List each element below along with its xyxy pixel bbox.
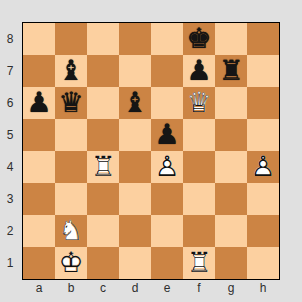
square-h3[interactable] bbox=[247, 183, 279, 215]
piece-white-king[interactable]: ♚♔ bbox=[55, 247, 87, 279]
piece-black-rook[interactable]: ♜ bbox=[215, 55, 247, 87]
square-a3[interactable] bbox=[23, 183, 55, 215]
square-f5[interactable] bbox=[183, 119, 215, 151]
square-f4[interactable] bbox=[183, 151, 215, 183]
square-a1[interactable] bbox=[23, 247, 55, 279]
square-c3[interactable] bbox=[87, 183, 119, 215]
square-b6[interactable]: ♛ bbox=[55, 87, 87, 119]
piece-black-glyph: ♚ bbox=[183, 23, 215, 55]
square-g6[interactable] bbox=[215, 87, 247, 119]
square-a4[interactable] bbox=[23, 151, 55, 183]
piece-black-pawn[interactable]: ♟ bbox=[23, 87, 55, 119]
square-g1[interactable] bbox=[215, 247, 247, 279]
piece-white-outline: ♖ bbox=[87, 151, 119, 183]
file-label-e: e bbox=[151, 281, 183, 295]
square-e7[interactable] bbox=[151, 55, 183, 87]
square-c8[interactable] bbox=[87, 23, 119, 55]
square-e1[interactable] bbox=[151, 247, 183, 279]
file-label-g: g bbox=[215, 281, 247, 295]
square-a8[interactable] bbox=[23, 23, 55, 55]
square-d2[interactable] bbox=[119, 215, 151, 247]
square-d6[interactable]: ♝ bbox=[119, 87, 151, 119]
piece-black-bishop[interactable]: ♝ bbox=[119, 87, 151, 119]
square-e8[interactable] bbox=[151, 23, 183, 55]
rank-label-7: 7 bbox=[0, 55, 20, 87]
square-f1[interactable]: ♜♖ bbox=[183, 247, 215, 279]
piece-black-glyph: ♟ bbox=[151, 119, 183, 151]
piece-black-bishop[interactable]: ♝ bbox=[55, 55, 87, 87]
rank-labels: 87654321 bbox=[0, 23, 20, 279]
piece-black-glyph: ♝ bbox=[55, 55, 87, 87]
square-h2[interactable] bbox=[247, 215, 279, 247]
square-c6[interactable] bbox=[87, 87, 119, 119]
piece-white-queen[interactable]: ♛♕ bbox=[183, 87, 215, 119]
piece-black-king[interactable]: ♚ bbox=[183, 23, 215, 55]
square-d3[interactable] bbox=[119, 183, 151, 215]
square-h8[interactable] bbox=[247, 23, 279, 55]
square-f3[interactable] bbox=[183, 183, 215, 215]
rank-label-3: 3 bbox=[0, 183, 20, 215]
square-b5[interactable] bbox=[55, 119, 87, 151]
rank-label-4: 4 bbox=[0, 151, 20, 183]
square-g8[interactable] bbox=[215, 23, 247, 55]
file-label-h: h bbox=[247, 281, 279, 295]
piece-white-pawn[interactable]: ♟♙ bbox=[247, 151, 279, 183]
square-a7[interactable] bbox=[23, 55, 55, 87]
square-g4[interactable] bbox=[215, 151, 247, 183]
square-d1[interactable] bbox=[119, 247, 151, 279]
square-b2[interactable]: ♞♘ bbox=[55, 215, 87, 247]
piece-black-glyph: ♟ bbox=[23, 87, 55, 119]
square-g7[interactable]: ♜ bbox=[215, 55, 247, 87]
square-g2[interactable] bbox=[215, 215, 247, 247]
square-f2[interactable] bbox=[183, 215, 215, 247]
square-g3[interactable] bbox=[215, 183, 247, 215]
square-e5[interactable]: ♟ bbox=[151, 119, 183, 151]
square-d4[interactable] bbox=[119, 151, 151, 183]
square-b3[interactable] bbox=[55, 183, 87, 215]
piece-white-knight[interactable]: ♞♘ bbox=[55, 215, 87, 247]
piece-white-outline: ♙ bbox=[247, 151, 279, 183]
piece-black-glyph: ♜ bbox=[215, 55, 247, 87]
square-h5[interactable] bbox=[247, 119, 279, 151]
piece-black-glyph: ♝ bbox=[119, 87, 151, 119]
file-label-a: a bbox=[23, 281, 55, 295]
rank-label-8: 8 bbox=[0, 23, 20, 55]
file-labels: abcdefgh bbox=[23, 281, 279, 295]
square-f8[interactable]: ♚ bbox=[183, 23, 215, 55]
square-e2[interactable] bbox=[151, 215, 183, 247]
square-b4[interactable] bbox=[55, 151, 87, 183]
square-d5[interactable] bbox=[119, 119, 151, 151]
square-c7[interactable] bbox=[87, 55, 119, 87]
square-b1[interactable]: ♚♔ bbox=[55, 247, 87, 279]
piece-black-glyph: ♛ bbox=[55, 87, 87, 119]
square-a2[interactable] bbox=[23, 215, 55, 247]
file-label-f: f bbox=[183, 281, 215, 295]
piece-white-rook[interactable]: ♜♖ bbox=[183, 247, 215, 279]
piece-black-pawn[interactable]: ♟ bbox=[183, 55, 215, 87]
file-label-d: d bbox=[119, 281, 151, 295]
square-b8[interactable] bbox=[55, 23, 87, 55]
square-c2[interactable] bbox=[87, 215, 119, 247]
square-a5[interactable] bbox=[23, 119, 55, 151]
square-c1[interactable] bbox=[87, 247, 119, 279]
square-c5[interactable] bbox=[87, 119, 119, 151]
piece-white-rook[interactable]: ♜♖ bbox=[87, 151, 119, 183]
file-label-c: c bbox=[87, 281, 119, 295]
chess-diagram: 87654321 ♚♝♟♜♟♛♝♛♕♟♜♖♟♙♟♙♞♘♚♔♜♖ abcdefgh bbox=[0, 0, 302, 302]
square-e3[interactable] bbox=[151, 183, 183, 215]
piece-white-outline: ♖ bbox=[183, 247, 215, 279]
chess-board: ♚♝♟♜♟♛♝♛♕♟♜♖♟♙♟♙♞♘♚♔♜♖ bbox=[22, 22, 280, 280]
square-b7[interactable]: ♝ bbox=[55, 55, 87, 87]
file-label-b: b bbox=[55, 281, 87, 295]
square-g5[interactable] bbox=[215, 119, 247, 151]
piece-white-pawn[interactable]: ♟♙ bbox=[151, 151, 183, 183]
square-f7[interactable]: ♟ bbox=[183, 55, 215, 87]
square-e6[interactable] bbox=[151, 87, 183, 119]
piece-black-glyph: ♟ bbox=[183, 55, 215, 87]
square-d7[interactable] bbox=[119, 55, 151, 87]
piece-white-outline: ♔ bbox=[55, 247, 87, 279]
square-f6[interactable]: ♛♕ bbox=[183, 87, 215, 119]
piece-white-outline: ♙ bbox=[151, 151, 183, 183]
rank-label-5: 5 bbox=[0, 119, 20, 151]
square-c4[interactable]: ♜♖ bbox=[87, 151, 119, 183]
piece-white-outline: ♕ bbox=[183, 87, 215, 119]
square-h1[interactable] bbox=[247, 247, 279, 279]
rank-label-6: 6 bbox=[0, 87, 20, 119]
square-h7[interactable] bbox=[247, 55, 279, 87]
piece-black-pawn[interactable]: ♟ bbox=[151, 119, 183, 151]
square-d8[interactable] bbox=[119, 23, 151, 55]
square-a6[interactable]: ♟ bbox=[23, 87, 55, 119]
rank-label-2: 2 bbox=[0, 215, 20, 247]
piece-black-queen[interactable]: ♛ bbox=[55, 87, 87, 119]
square-h6[interactable] bbox=[247, 87, 279, 119]
piece-white-outline: ♘ bbox=[55, 215, 87, 247]
rank-label-1: 1 bbox=[0, 247, 20, 279]
square-e4[interactable]: ♟♙ bbox=[151, 151, 183, 183]
square-h4[interactable]: ♟♙ bbox=[247, 151, 279, 183]
